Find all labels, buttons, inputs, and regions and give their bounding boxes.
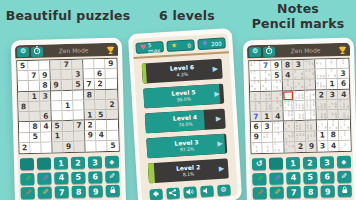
sudoku-cell-r3c8[interactable]: 1 <box>327 79 338 90</box>
sudoku-cell-r6c7[interactable]: 5689 <box>317 110 328 121</box>
sudoku-cell-r1c9[interactable]: 25 <box>337 59 348 70</box>
settings-icon: ⚙ <box>220 187 227 194</box>
sudoku-cell-r9c7[interactable]: 3 <box>317 141 328 152</box>
number-key-5[interactable]: 5 <box>71 171 86 183</box>
sudoku-cell-r5c9[interactable]: 2 <box>106 100 117 111</box>
sudoku-cell-r8c9[interactable]: 257 <box>339 130 350 141</box>
redo-button[interactable] <box>269 157 284 169</box>
music-button[interactable] <box>200 185 214 197</box>
sudoku-cell-r8c5[interactable]: 4567 <box>295 131 306 142</box>
badge-gems-value: 200 <box>211 40 222 47</box>
sudoku-cell-r5c7[interactable] <box>84 100 95 111</box>
sudoku-cell-r9c6[interactable] <box>74 141 85 152</box>
pencil-marks: 68 <box>272 91 282 100</box>
sudoku-cell-r2c8[interactable]: 6 <box>95 69 106 80</box>
sudoku-cell-r9c4[interactable]: 1567 <box>284 142 295 153</box>
sudoku-cell-r6c4[interactable] <box>52 111 63 122</box>
sudoku-cell-r2c1[interactable] <box>18 71 29 82</box>
sudoku-cell-r5c4[interactable] <box>51 101 62 112</box>
cell-value: 1 <box>329 80 334 88</box>
sudoku-cell-r7c8[interactable]: 2579 <box>328 120 339 131</box>
sudoku-cell-r5c7[interactable]: 56789 <box>316 100 327 111</box>
panel-title-beautiful-puzzles: Beautiful puzzles <box>0 8 136 23</box>
cell-value: 6 <box>97 70 102 78</box>
cell-value: 8 <box>32 123 37 131</box>
pencil-marks: 589 <box>339 110 350 120</box>
sudoku-cell-r5c1[interactable]: 8 <box>18 102 29 113</box>
sudoku-cell-r9c4[interactable] <box>52 142 63 153</box>
settings-button[interactable]: ⚙ <box>217 184 231 196</box>
cell-value: 2 <box>87 122 92 130</box>
trophy-icon <box>337 43 346 58</box>
sudoku-cell-r5c5[interactable]: 1456789 <box>294 101 305 112</box>
number-key-8[interactable]: 8 <box>303 186 318 198</box>
undo-button[interactable] <box>20 158 35 170</box>
sudoku-cell-r1c9[interactable]: 9 <box>105 59 116 70</box>
sudoku-cell-r9c8[interactable] <box>96 141 107 152</box>
pencil-marks: 2378 <box>272 81 282 90</box>
sudoku-cell-r9c3[interactable] <box>41 142 52 153</box>
sudoku-cell-r1c5[interactable]: 7 <box>61 60 72 71</box>
pencil-icon: ✎ <box>41 174 48 182</box>
cell-value: 2 <box>22 144 27 152</box>
erase-button[interactable]: ◆ <box>336 156 351 168</box>
sudoku-cell-r4c1[interactable] <box>18 92 29 103</box>
undo-icon: ↺ <box>256 160 263 168</box>
number-key-3[interactable]: 3 <box>87 156 102 168</box>
cell-value: 2 <box>298 143 303 151</box>
sudoku-cell-r6c1[interactable] <box>19 112 30 123</box>
number-key-9[interactable]: 9 <box>320 185 335 197</box>
pencil-icon: ✎ <box>256 175 263 183</box>
sudoku-cell-r9c3[interactable]: 178 <box>273 142 284 153</box>
mode-label: Zen Mode <box>277 46 334 54</box>
pencil-marks: 1456789 <box>294 101 304 110</box>
pencil-marks: 15789 <box>338 100 349 110</box>
pencil-marks: 579 <box>317 121 327 130</box>
cell-value: 6 <box>253 123 258 131</box>
sudoku-cell-r9c8[interactable]: 4 <box>328 141 339 152</box>
sudoku-cell-r3c8[interactable]: 2 <box>95 79 106 90</box>
timer-button[interactable] <box>31 46 43 56</box>
sudoku-cell-r5c1[interactable]: 2358 <box>250 102 261 113</box>
sudoku-cell-r1c7[interactable] <box>83 59 94 70</box>
pencil-button[interactable]: ✎ <box>269 172 284 184</box>
cell-value: 9 <box>274 61 279 69</box>
level-card-level-6[interactable]: Level 64.3%▶ <box>142 59 223 84</box>
pencil-icon: ✎ <box>273 174 280 182</box>
number-key-8[interactable]: 8 <box>71 186 86 198</box>
pencil-marks: 2368 <box>272 101 282 110</box>
pencil-marks: 45 <box>315 59 325 68</box>
sudoku-cell-r8c5[interactable] <box>63 131 74 142</box>
number-key-2[interactable]: 2 <box>71 157 86 169</box>
sudoku-cell-r6c1[interactable]: 7 <box>251 112 262 123</box>
sudoku-cell-r9c5[interactable]: 9 <box>63 142 74 153</box>
cell-value: 4 <box>275 112 280 120</box>
level-list: Level 64.3%▶Level 595.0%▶Level 474.0%▶Le… <box>133 54 237 188</box>
cell-value: 2 <box>97 80 102 88</box>
share-button[interactable] <box>166 188 180 200</box>
cell-value: 9 <box>53 82 58 90</box>
panel-title-notes-line2: Pencil marks <box>240 16 356 31</box>
sudoku-cell-r7c4[interactable]: 5 <box>52 121 63 132</box>
sudoku-cell-r1c1[interactable]: 5 <box>17 61 28 72</box>
settings-button[interactable]: ⚙ <box>17 47 29 57</box>
cell-value: 9 <box>88 132 93 140</box>
sudoku-cell-r6c6[interactable] <box>74 111 85 122</box>
sudoku-cell-r9c2[interactable]: 58 <box>262 142 273 153</box>
cell-value: 1 <box>264 113 269 121</box>
pencil-marks: 27 <box>273 132 283 141</box>
sudoku-cell-r4c8[interactable] <box>95 90 106 101</box>
number-key-5[interactable]: 5 <box>303 171 318 183</box>
gear-icon: ⚙ <box>20 48 26 55</box>
play-icon[interactable]: ▶ <box>212 65 218 73</box>
sudoku-cell-r7c1[interactable]: 6 <box>251 122 262 133</box>
sudoku-cell-r8c7[interactable]: 9 <box>85 131 96 142</box>
trophy-button[interactable] <box>336 43 348 58</box>
cell-value: 7 <box>31 72 36 80</box>
pencil-icon: ✎ <box>24 175 31 183</box>
number-key-9[interactable]: 9 <box>88 185 103 197</box>
sudoku-cell-r1c2[interactable] <box>28 61 39 72</box>
sudoku-cell-r3c5[interactable] <box>62 80 73 91</box>
cell-value: 8 <box>42 82 47 90</box>
sudoku-cell-r9c5[interactable]: 2 <box>295 142 306 153</box>
cell-value: 5 <box>274 72 279 80</box>
sudoku-cell-r3c7[interactable]: 7 <box>84 80 95 91</box>
sudoku-cell-r4c6[interactable] <box>73 90 84 101</box>
sudoku-cell-r9c1[interactable]: 2 <box>19 143 30 154</box>
number-key-1[interactable]: 1 <box>54 157 69 169</box>
pencil-button[interactable]: ✎ <box>252 172 267 184</box>
sudoku-cell-r9c2[interactable] <box>30 142 41 153</box>
sudoku-cell-r4c4[interactable] <box>51 91 62 102</box>
cell-value: 5 <box>110 142 115 150</box>
sudoku-cell-r7c2[interactable]: 8 <box>30 122 41 133</box>
pencil-marks: 789 <box>316 70 326 79</box>
level-card-level-3[interactable]: Level 397.3%▶ <box>146 134 227 159</box>
pencil-marks: 25 <box>337 59 348 69</box>
sudoku-cell-r5c2[interactable]: 25689 <box>261 102 272 113</box>
sudoku-cell-r1c3[interactable] <box>39 60 50 71</box>
pencil-marks: 23568 <box>306 111 316 120</box>
sudoku-cell-r7c9[interactable] <box>107 120 118 131</box>
star-icon: ★ <box>171 42 178 49</box>
back-icon <box>151 189 160 199</box>
trophy-button[interactable] <box>104 43 116 58</box>
sudoku-cell-r8c6[interactable] <box>74 131 85 142</box>
pencil-marks: 14578 <box>306 121 316 130</box>
sudoku-cell-r2c2[interactable]: 7 <box>29 71 40 82</box>
number-key-3[interactable]: 3 <box>319 156 334 168</box>
sudoku-cell-r6c5[interactable] <box>63 111 74 122</box>
sudoku-cell-r6c8[interactable]: 5 <box>96 110 107 121</box>
number-key-6[interactable]: 6 <box>88 171 103 183</box>
cell-value: 7 <box>64 61 69 69</box>
play-icon[interactable]: ▶ <box>214 90 220 98</box>
sudoku-cell-r3c6[interactable]: 5 <box>73 80 84 91</box>
cell-value: 2 <box>319 91 324 99</box>
sudoku-cell-r7c7[interactable]: 2 <box>85 121 96 132</box>
number-key-6[interactable]: 6 <box>320 171 335 183</box>
sudoku-cell-r2c7[interactable] <box>84 70 95 81</box>
cell-value: 8 <box>87 91 92 99</box>
cell-value: 3 <box>340 70 345 78</box>
cell-value: 8 <box>331 131 336 139</box>
lock-button[interactable] <box>337 185 352 197</box>
sudoku-cell-r7c6[interactable]: 14578 <box>306 121 317 132</box>
cell-value: 9 <box>42 72 47 80</box>
sudoku-cell-r5c2[interactable] <box>29 102 40 113</box>
pencil-marks: 58 <box>250 92 260 101</box>
sudoku-cell-r3c2[interactable]: 248 <box>261 81 272 92</box>
pencil-icon: ✎ <box>25 189 32 197</box>
heart-icon: ♥ <box>139 44 146 51</box>
sudoku-cell-r2c4[interactable] <box>51 70 62 81</box>
pencil-button[interactable]: ✎ <box>337 170 352 182</box>
sudoku-cell-r1c3[interactable]: 9 <box>271 60 282 71</box>
sudoku-cell-r8c1[interactable] <box>19 133 30 144</box>
pencil-marks: 1256 <box>304 60 314 69</box>
pencil-button[interactable]: ✎ <box>38 186 53 198</box>
pencil-marks: 1278 <box>273 122 283 131</box>
back-button[interactable] <box>149 189 163 200</box>
sudoku-cell-r8c7[interactable]: 1 <box>317 131 328 142</box>
cell-value: 7 <box>263 62 268 70</box>
number-key-2[interactable]: 2 <box>303 157 318 169</box>
cell-value: 4 <box>285 71 290 79</box>
pencil-marks: 34567 <box>306 131 316 140</box>
badge-stars[interactable]: ★0 <box>167 39 195 52</box>
lock-button[interactable] <box>105 185 120 197</box>
phone3-keypad: ↺123◆✎✎456✎✎✎789 <box>250 152 354 200</box>
sudoku-cell-r8c9[interactable] <box>107 130 118 141</box>
cell-value: 4 <box>43 123 48 131</box>
number-key-7[interactable]: 7 <box>286 186 301 198</box>
pencil-marks: 279 <box>327 69 337 78</box>
sudoku-cell-r7c3[interactable]: 4 <box>41 122 52 133</box>
pencil-marks: 158 <box>251 143 261 153</box>
sudoku-cell-r4c5[interactable] <box>62 91 73 102</box>
badge-lives[interactable]: ♥5 max <box>135 41 164 54</box>
sudoku-cell-r9c1[interactable]: 158 <box>251 143 262 154</box>
sudoku-cell-r9c9[interactable]: 57 <box>339 140 350 151</box>
sudoku-cell-r7c7[interactable]: 579 <box>317 121 328 132</box>
sudoku-cell-r3c1[interactable]: 2348 <box>250 81 261 92</box>
timer-icon <box>33 46 41 57</box>
sudoku-cell-r7c4[interactable]: 157 <box>284 121 295 132</box>
sudoku-cell-r8c3[interactable] <box>41 132 52 143</box>
timer-button[interactable] <box>263 46 275 56</box>
phone3-screen: ⚙ Zen Mode 12479831256452525128268541679… <box>247 43 354 200</box>
erase-icon: ◆ <box>341 159 346 165</box>
sudoku-cell-r8c6[interactable]: 34567 <box>306 131 317 142</box>
pencil-marks: 124 <box>249 61 259 70</box>
sudoku-cell-r2c3[interactable]: 9 <box>40 71 51 82</box>
sudoku-cell-r3c2[interactable] <box>29 81 40 92</box>
sudoku-cell-r2c9[interactable]: 3 <box>338 69 349 80</box>
phone-mockup-2: ♥5 max★0♦200 Level 64.3%▶Level 595.0%▶Le… <box>128 28 242 200</box>
cell-value: 2 <box>109 101 114 109</box>
cell-value: 8 <box>285 61 290 69</box>
redo-button[interactable] <box>37 157 52 169</box>
sudoku-cell-r2c5[interactable] <box>62 70 73 81</box>
badge-stars-value: 0 <box>187 42 191 48</box>
pencil-button[interactable]: ✎ <box>253 187 268 199</box>
pencil-marks: 2579 <box>339 120 350 130</box>
timer-icon <box>265 46 273 57</box>
pencil-button[interactable]: ✎ <box>37 172 52 184</box>
phone3-topbar: ⚙ Zen Mode <box>247 43 350 59</box>
pencil-marks: 12345678 <box>305 100 315 109</box>
pencil-icon: ✎ <box>341 172 348 180</box>
pencil-marks: 1267 <box>305 70 315 79</box>
sudoku-cell-r1c4[interactable]: 8 <box>282 60 293 71</box>
level-card-level-5[interactable]: Level 595.0%▶ <box>143 84 224 109</box>
sudoku-cell-r4c7[interactable]: 2 <box>316 90 327 101</box>
number-key-4[interactable]: 4 <box>54 172 69 184</box>
sudoku-cell-r4c8[interactable]: 3 <box>327 90 338 101</box>
phone-mockup-1: ⚙ Zen Mode 57979368957213881261584572519… <box>11 38 126 200</box>
sudoku-cell-r3c7[interactable]: 45789 <box>316 80 327 91</box>
cell-value: 1 <box>65 102 70 110</box>
sudoku-board-3: 1247983125645252512826854167912677892793… <box>248 58 351 155</box>
sudoku-cell-r2c5[interactable]: 1679 <box>294 70 305 81</box>
sudoku-cell-r9c7[interactable] <box>85 141 96 152</box>
sudoku-cell-r2c8[interactable]: 279 <box>327 69 338 80</box>
sudoku-cell-r6c3[interactable]: 6 <box>41 112 52 123</box>
sudoku-cell-r4c3[interactable]: 3 <box>40 91 51 102</box>
level-card-level-2[interactable]: Level 28.1%▶ <box>148 158 229 183</box>
sound-button[interactable] <box>183 186 197 198</box>
lock-icon <box>340 186 348 196</box>
sudoku-cell-r3c9[interactable]: 6 <box>338 79 349 90</box>
cell-value: 4 <box>99 131 104 139</box>
sudoku-cell-r3c3[interactable]: 2378 <box>272 81 283 92</box>
sudoku-cell-r9c9[interactable]: 5 <box>107 140 118 151</box>
music-icon <box>202 186 211 196</box>
sudoku-cell-r1c6[interactable] <box>72 60 83 71</box>
sudoku-cell-r7c8[interactable] <box>96 120 107 131</box>
sudoku-cell-r6c2[interactable]: 1 <box>262 112 273 123</box>
pencil-marks: 2348 <box>250 81 260 90</box>
cell-value: 3 <box>43 92 48 100</box>
sudoku-cell-r6c7[interactable]: 1 <box>85 110 96 121</box>
sudoku-cell-r2c7[interactable]: 789 <box>316 70 327 81</box>
pencil-button[interactable]: ✎ <box>21 187 36 199</box>
sudoku-cell-r2c9[interactable] <box>106 69 117 80</box>
pencil-marks: 257 <box>305 80 315 89</box>
pencil-marks: 245 <box>262 132 272 141</box>
sudoku-cell-r1c4[interactable] <box>50 60 61 71</box>
sudoku-cell-r3c1[interactable] <box>18 81 29 92</box>
sudoku-cell-r8c8[interactable]: 8 <box>328 131 339 142</box>
play-icon[interactable]: ▶ <box>219 165 225 173</box>
undo-button[interactable]: ↺ <box>252 158 267 170</box>
cell-value: 5 <box>54 122 59 130</box>
number-key-4[interactable]: 4 <box>286 172 301 184</box>
cell-value: 1 <box>32 92 37 100</box>
play-icon[interactable]: ▶ <box>216 115 222 123</box>
panel-title-6-levels: 6 levels <box>138 8 236 23</box>
sudoku-cell-r8c8[interactable]: 4 <box>96 131 107 142</box>
sudoku-cell-r3c9[interactable] <box>106 79 117 90</box>
sudoku-cell-r4c2[interactable]: 1 <box>29 91 40 102</box>
cell-value: 5 <box>33 133 38 141</box>
cell-value: 3 <box>296 61 301 69</box>
sudoku-cell-r7c6[interactable]: 7 <box>74 121 85 132</box>
number-key-1[interactable]: 1 <box>286 157 301 169</box>
sudoku-cell-r5c8[interactable]: 5679 <box>327 100 338 111</box>
sudoku-cell-r6c2[interactable] <box>30 112 41 123</box>
cell-value: 6 <box>341 80 346 88</box>
sudoku-cell-r3c3[interactable]: 8 <box>40 81 51 92</box>
sudoku-cell-r5c6[interactable] <box>73 100 84 111</box>
sudoku-board-1: 579793689572138812615845725194295 <box>16 58 119 155</box>
sudoku-cell-r7c1[interactable] <box>19 122 30 133</box>
pencil-button[interactable]: ✎ <box>20 172 35 184</box>
panel-title-notes: Notes Pencil marks <box>240 1 356 31</box>
pencil-marks: 5679 <box>327 100 337 109</box>
sudoku-cell-r4c9[interactable] <box>106 89 117 100</box>
sudoku-cell-r3c4[interactable]: 9 <box>51 81 62 92</box>
cell-value: 7 <box>253 113 258 121</box>
sudoku-cell-r8c4[interactable]: 1 <box>52 132 63 143</box>
sudoku-cell-r5c8[interactable] <box>95 100 106 111</box>
pencil-icon: ✎ <box>41 189 48 197</box>
cell-value: 4 <box>331 142 336 150</box>
pencil-marks: 569 <box>328 110 338 119</box>
phone1-screen: ⚙ Zen Mode 57979368957213881261584572519… <box>15 43 122 200</box>
settings-button[interactable]: ⚙ <box>249 47 261 57</box>
number-key-7[interactable]: 7 <box>54 186 69 198</box>
pencil-marks: 4567 <box>295 131 305 140</box>
pencil-marks: 5689 <box>317 110 327 119</box>
phone-mockup-3: ⚙ Zen Mode 12479831256452525128268541679… <box>243 38 356 200</box>
pencil-button[interactable]: ✎ <box>270 186 285 198</box>
sudoku-cell-r2c6[interactable]: 3 <box>73 70 84 81</box>
gem-icon: ♦ <box>202 40 209 47</box>
sudoku-cell-r7c5[interactable] <box>63 121 74 132</box>
sudoku-cell-r8c2[interactable]: 245 <box>262 132 273 143</box>
sudoku-cell-r9c6[interactable]: 9 <box>306 141 317 152</box>
pencil-marks: 56789 <box>316 100 326 109</box>
erase-button[interactable]: ◆ <box>104 156 119 168</box>
sudoku-cell-r5c5[interactable]: 1 <box>62 101 73 112</box>
sudoku-cell-r7c5[interactable]: 14578 <box>295 121 306 132</box>
phone2-screen: ♥5 max★0♦200 Level 64.3%▶Level 595.0%▶Le… <box>132 33 238 200</box>
cell-value: 5 <box>20 62 25 70</box>
sudoku-cell-r5c3[interactable] <box>40 101 51 112</box>
sudoku-cell-r5c3[interactable]: 2368 <box>272 101 283 112</box>
sudoku-cell-r4c7[interactable]: 8 <box>84 90 95 101</box>
level-card-level-4[interactable]: Level 474.0%▶ <box>145 109 226 134</box>
sudoku-cell-r5c9[interactable]: 15789 <box>338 100 349 111</box>
pencil-marks: 579 <box>294 80 304 89</box>
pencil-marks: 23569 <box>284 111 294 120</box>
pencil-icon: ✎ <box>257 189 264 197</box>
badge-gems[interactable]: ♦200 <box>197 37 225 50</box>
pencil-marks: 248 <box>261 81 271 90</box>
play-icon[interactable]: ▶ <box>217 140 223 148</box>
sudoku-cell-r1c8[interactable] <box>94 59 105 70</box>
sudoku-cell-r8c2[interactable]: 5 <box>30 132 41 143</box>
pencil-button[interactable]: ✎ <box>105 170 120 182</box>
sudoku-cell-r6c9[interactable] <box>107 110 118 121</box>
sudoku-cell-r1c7[interactable]: 45 <box>315 59 326 70</box>
